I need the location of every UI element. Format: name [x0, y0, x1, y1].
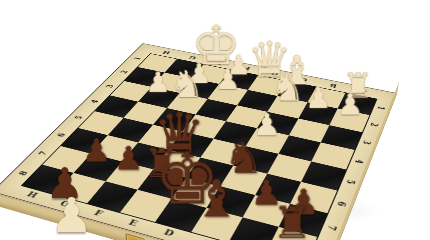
rank-label-8: 8: [2, 163, 44, 182]
square-b6: [255, 173, 302, 203]
square-e8: [120, 190, 171, 222]
square-f7: [105, 161, 154, 190]
brass-clasp-icon: [125, 233, 145, 240]
square-b8: [228, 217, 279, 240]
chess-set-photo: HGFEDCBA HGFEDCBA 12345678 12345678 ♜♝♛♟…: [0, 0, 430, 240]
off-board-white-pawn: ♟: [50, 191, 93, 239]
file-label-c: C: [183, 231, 229, 240]
square-c5: [233, 146, 278, 173]
square-c7: [206, 186, 255, 218]
square-f6: [122, 142, 169, 169]
square-e6: [154, 150, 201, 178]
square-a4: [312, 143, 355, 170]
square-b7: [242, 195, 291, 228]
square-f8: [87, 181, 138, 212]
square-c8: [191, 208, 242, 240]
square-a6: [291, 182, 338, 213]
square-a8: [266, 227, 317, 240]
square-d5: [200, 139, 245, 166]
square-d8: [155, 199, 206, 232]
square-b4: [278, 135, 321, 161]
square-b5: [267, 154, 312, 182]
square-g6: [91, 135, 138, 161]
square-a5: [301, 162, 346, 191]
square-d6: [186, 157, 233, 185]
square-e7: [138, 169, 187, 199]
square-a7: [279, 204, 328, 238]
square-d7: [171, 177, 220, 208]
square-c6: [220, 165, 267, 194]
